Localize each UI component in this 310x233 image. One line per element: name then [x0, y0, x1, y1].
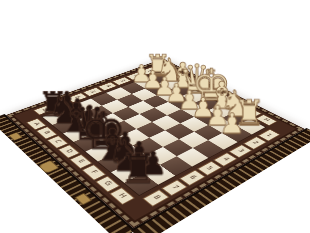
square-d6[interactable] [108, 121, 136, 136]
coord-plaque-a: a [26, 118, 47, 130]
brass-hinge-icon [8, 132, 22, 141]
square-a7[interactable]: ♟ [59, 104, 86, 118]
scene: abcdefgh abcdefgh 12345678 12345678 ♜♞♝♛… [0, 0, 310, 233]
brass-hinge-icon [74, 193, 92, 205]
brass-clasp-icon [38, 160, 60, 174]
product-photo-backdrop: abcdefgh abcdefgh 12345678 12345678 ♜♞♝♛… [0, 0, 310, 233]
white-rook: ♜ [145, 51, 162, 80]
chess-board: abcdefgh abcdefgh 12345678 12345678 ♜♞♝♛… [6, 59, 305, 229]
square-g5[interactable] [163, 139, 193, 156]
coord-plaque-3: 3 [229, 144, 253, 158]
square-h2[interactable]: ♟ [223, 126, 252, 142]
